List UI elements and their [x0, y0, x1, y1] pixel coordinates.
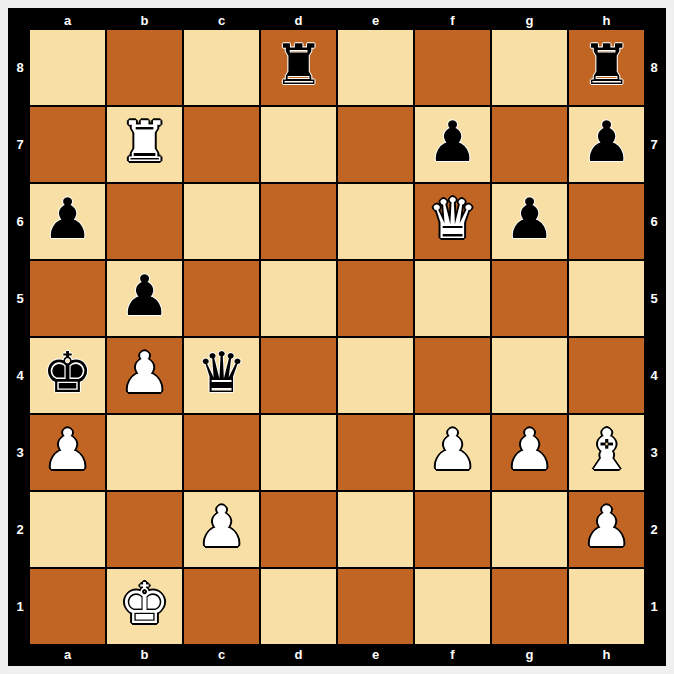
rank-label-6: 6: [16, 184, 23, 259]
square-f1[interactable]: [415, 569, 490, 644]
rank-label-1: 1: [650, 569, 657, 644]
square-a7[interactable]: [30, 107, 105, 182]
square-h3[interactable]: ♝: [569, 415, 644, 490]
white-bishop[interactable]: ♝: [581, 422, 631, 478]
square-b2[interactable]: [107, 492, 182, 567]
black-pawn[interactable]: ♟: [581, 114, 631, 170]
square-h2[interactable]: ♟: [569, 492, 644, 567]
file-label-b: b: [107, 13, 182, 28]
black-pawn[interactable]: ♟: [119, 268, 169, 324]
square-f4[interactable]: [415, 338, 490, 413]
white-pawn[interactable]: ♟: [196, 499, 246, 555]
black-pawn[interactable]: ♟: [504, 191, 554, 247]
square-e4[interactable]: [338, 338, 413, 413]
square-a5[interactable]: [30, 261, 105, 336]
rank-label-5: 5: [650, 261, 657, 336]
rank-label-7: 7: [650, 107, 657, 182]
file-label-h: h: [569, 13, 644, 28]
square-e5[interactable]: [338, 261, 413, 336]
file-label-f: f: [415, 13, 490, 28]
rank-label-3: 3: [650, 415, 657, 490]
rank-label-4: 4: [16, 338, 23, 413]
rank-label-8: 8: [16, 30, 23, 105]
square-d4[interactable]: [261, 338, 336, 413]
square-f5[interactable]: [415, 261, 490, 336]
square-d3[interactable]: [261, 415, 336, 490]
square-e3[interactable]: [338, 415, 413, 490]
square-a1[interactable]: [30, 569, 105, 644]
square-a3[interactable]: ♟: [30, 415, 105, 490]
square-c5[interactable]: [184, 261, 259, 336]
square-b1[interactable]: ♚: [107, 569, 182, 644]
rank-label-5: 5: [16, 261, 23, 336]
square-a8[interactable]: [30, 30, 105, 105]
square-d1[interactable]: [261, 569, 336, 644]
square-g8[interactable]: [492, 30, 567, 105]
square-f3[interactable]: ♟: [415, 415, 490, 490]
square-g2[interactable]: [492, 492, 567, 567]
square-g3[interactable]: ♟: [492, 415, 567, 490]
rank-labels-left: 87654321: [10, 30, 30, 644]
square-d5[interactable]: [261, 261, 336, 336]
file-label-b: b: [107, 647, 182, 662]
file-label-a: a: [30, 13, 105, 28]
square-d7[interactable]: [261, 107, 336, 182]
square-f6[interactable]: ♛: [415, 184, 490, 259]
file-label-g: g: [492, 13, 567, 28]
file-label-f: f: [415, 647, 490, 662]
square-a2[interactable]: [30, 492, 105, 567]
file-label-c: c: [184, 647, 259, 662]
black-pawn[interactable]: ♟: [427, 114, 477, 170]
square-g4[interactable]: [492, 338, 567, 413]
file-labels-top: abcdefgh: [30, 10, 644, 30]
square-g5[interactable]: [492, 261, 567, 336]
white-rook[interactable]: ♜: [119, 114, 169, 170]
square-g1[interactable]: [492, 569, 567, 644]
file-label-g: g: [492, 647, 567, 662]
square-h8[interactable]: ♜: [569, 30, 644, 105]
file-label-e: e: [338, 647, 413, 662]
white-pawn[interactable]: ♟: [504, 422, 554, 478]
square-h4[interactable]: [569, 338, 644, 413]
file-labels-bottom: abcdefgh: [30, 644, 644, 664]
frame-corner: [644, 10, 664, 30]
white-pawn[interactable]: ♟: [119, 345, 169, 401]
board-frame: abcdefgh 87654321 ♜♜♜♟♟♟♛♟♟♚♟♛♟♟♟♝♟♟♚ 87…: [8, 8, 666, 666]
square-d8[interactable]: ♜: [261, 30, 336, 105]
square-d2[interactable]: [261, 492, 336, 567]
chess-board: ♜♜♜♟♟♟♛♟♟♚♟♛♟♟♟♝♟♟♚: [30, 30, 644, 644]
black-pawn[interactable]: ♟: [42, 191, 92, 247]
file-label-d: d: [261, 13, 336, 28]
rank-label-3: 3: [16, 415, 23, 490]
square-h6[interactable]: [569, 184, 644, 259]
file-label-a: a: [30, 647, 105, 662]
square-h7[interactable]: ♟: [569, 107, 644, 182]
square-a4[interactable]: ♚: [30, 338, 105, 413]
black-king[interactable]: ♚: [42, 345, 92, 401]
frame-corner: [644, 644, 664, 664]
square-e7[interactable]: [338, 107, 413, 182]
file-label-d: d: [261, 647, 336, 662]
square-b7[interactable]: ♜: [107, 107, 182, 182]
square-b4[interactable]: ♟: [107, 338, 182, 413]
square-f2[interactable]: [415, 492, 490, 567]
white-pawn[interactable]: ♟: [427, 422, 477, 478]
square-e2[interactable]: [338, 492, 413, 567]
rank-labels-right: 87654321: [644, 30, 664, 644]
square-e1[interactable]: [338, 569, 413, 644]
white-queen[interactable]: ♛: [427, 191, 477, 247]
file-label-e: e: [338, 13, 413, 28]
square-b3[interactable]: [107, 415, 182, 490]
rank-label-2: 2: [16, 492, 23, 567]
square-g6[interactable]: ♟: [492, 184, 567, 259]
black-rook[interactable]: ♜: [273, 37, 323, 93]
frame-corner: [10, 644, 30, 664]
square-b8[interactable]: [107, 30, 182, 105]
square-c3[interactable]: [184, 415, 259, 490]
file-label-c: c: [184, 13, 259, 28]
black-queen[interactable]: ♛: [196, 345, 246, 401]
square-d6[interactable]: [261, 184, 336, 259]
white-king[interactable]: ♚: [119, 576, 169, 632]
square-c4[interactable]: ♛: [184, 338, 259, 413]
square-c1[interactable]: [184, 569, 259, 644]
square-c7[interactable]: [184, 107, 259, 182]
rank-label-8: 8: [650, 30, 657, 105]
rank-label-1: 1: [16, 569, 23, 644]
rank-label-4: 4: [650, 338, 657, 413]
white-pawn[interactable]: ♟: [581, 499, 631, 555]
page-background: { "game": "chess", "position": { "fen": …: [0, 0, 674, 674]
rank-label-6: 6: [650, 184, 657, 259]
square-f7[interactable]: ♟: [415, 107, 490, 182]
square-b6[interactable]: [107, 184, 182, 259]
square-e8[interactable]: [338, 30, 413, 105]
square-f8[interactable]: [415, 30, 490, 105]
square-h1[interactable]: [569, 569, 644, 644]
square-h5[interactable]: [569, 261, 644, 336]
file-label-h: h: [569, 647, 644, 662]
rank-label-7: 7: [16, 107, 23, 182]
square-c8[interactable]: [184, 30, 259, 105]
square-e6[interactable]: [338, 184, 413, 259]
square-b5[interactable]: ♟: [107, 261, 182, 336]
frame-corner: [10, 10, 30, 30]
black-rook[interactable]: ♜: [581, 37, 631, 93]
square-c2[interactable]: ♟: [184, 492, 259, 567]
square-g7[interactable]: [492, 107, 567, 182]
rank-label-2: 2: [650, 492, 657, 567]
white-pawn[interactable]: ♟: [42, 422, 92, 478]
square-c6[interactable]: [184, 184, 259, 259]
square-a6[interactable]: ♟: [30, 184, 105, 259]
